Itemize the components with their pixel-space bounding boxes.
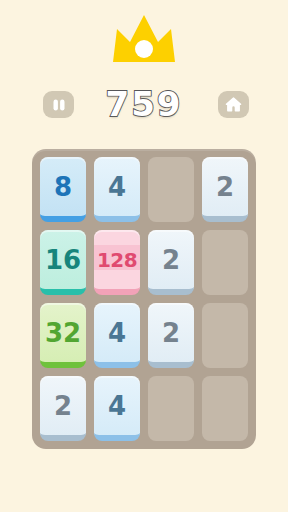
tile-2: 2 — [202, 157, 248, 222]
tile-16: 16 — [40, 230, 86, 295]
tile-128: 128 — [94, 230, 140, 295]
tile-4: 4 — [94, 303, 140, 368]
tile-2: 2 — [148, 303, 194, 368]
empty-cell — [148, 376, 194, 441]
home-icon — [225, 97, 242, 112]
empty-cell — [202, 230, 248, 295]
crown-icon — [113, 15, 175, 62]
tile-2: 2 — [148, 230, 194, 295]
empty-cell — [202, 376, 248, 441]
tile-4: 4 — [94, 157, 140, 222]
tile-4: 4 — [94, 376, 140, 441]
empty-cell — [148, 157, 194, 222]
tile-32: 32 — [40, 303, 86, 368]
game-board[interactable]: 842161282324224 — [32, 149, 256, 449]
home-button[interactable] — [218, 91, 249, 118]
empty-cell — [202, 303, 248, 368]
tile-2: 2 — [40, 376, 86, 441]
game-screen: 759 842161282324224 — [0, 0, 288, 512]
tile-8: 8 — [40, 157, 86, 222]
